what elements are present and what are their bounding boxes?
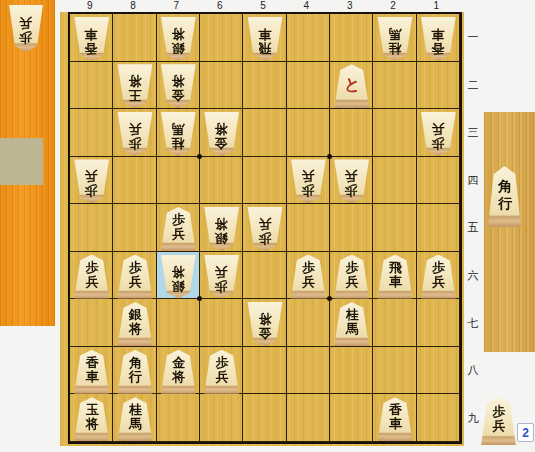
board-square-23[interactable] xyxy=(373,109,416,157)
board-square-25[interactable] xyxy=(373,204,416,252)
rank-label-9: 九 xyxy=(464,394,482,442)
board-square-67[interactable] xyxy=(200,299,243,347)
rank-label-8: 八 xyxy=(464,347,482,395)
board-square-28[interactable] xyxy=(373,347,416,395)
file-label-8: 8 xyxy=(111,0,154,12)
file-label-6: 6 xyxy=(198,0,241,12)
file-label-1: 1 xyxy=(415,0,458,12)
board-square-45[interactable] xyxy=(287,204,330,252)
board-square-93[interactable] xyxy=(70,109,113,157)
board-square-53[interactable] xyxy=(243,109,286,157)
board-square-47[interactable] xyxy=(287,299,330,347)
board-square-52[interactable] xyxy=(243,62,286,110)
hand-slot-highlight xyxy=(0,138,43,185)
board-square-62[interactable] xyxy=(200,62,243,110)
board-square-77[interactable] xyxy=(157,299,200,347)
rank-label-3: 三 xyxy=(464,109,482,157)
board-square-64[interactable] xyxy=(200,157,243,205)
board-square-74[interactable] xyxy=(157,157,200,205)
board-square-84[interactable] xyxy=(113,157,156,205)
star-point xyxy=(327,154,332,159)
file-label-4: 4 xyxy=(285,0,328,12)
file-label-7: 7 xyxy=(155,0,198,12)
file-label-3: 3 xyxy=(328,0,371,12)
rank-label-7: 七 xyxy=(464,299,482,347)
file-label-2: 2 xyxy=(371,0,414,12)
board-square-12[interactable] xyxy=(417,62,460,110)
board-square-58[interactable] xyxy=(243,347,286,395)
board-square-27[interactable] xyxy=(373,299,416,347)
board-square-19[interactable] xyxy=(417,394,460,442)
board-square-54[interactable] xyxy=(243,157,286,205)
rank-label-1: 一 xyxy=(464,14,482,62)
board-square-79[interactable] xyxy=(157,394,200,442)
rank-label-2: 二 xyxy=(464,62,482,110)
board-square-48[interactable] xyxy=(287,347,330,395)
board-square-92[interactable] xyxy=(70,62,113,110)
board-square-24[interactable] xyxy=(373,157,416,205)
board-square-42[interactable] xyxy=(287,62,330,110)
rank-label-6: 六 xyxy=(464,252,482,300)
board-square-31[interactable] xyxy=(330,14,373,62)
sente-pawn-piece[interactable]: 歩兵 xyxy=(480,397,517,445)
board-square-49[interactable] xyxy=(287,394,330,442)
board-square-81[interactable] xyxy=(113,14,156,62)
star-point xyxy=(197,154,202,159)
board-square-61[interactable] xyxy=(200,14,243,62)
board-square-14[interactable] xyxy=(417,157,460,205)
board-square-41[interactable] xyxy=(287,14,330,62)
board-square-15[interactable] xyxy=(417,204,460,252)
board-square-59[interactable] xyxy=(243,394,286,442)
shogi-app-window: 987654321一二三四五六七八九 香車銀将飛車桂馬香車王将金将と歩兵桂馬金将… xyxy=(0,0,535,452)
rank-label-5: 五 xyxy=(464,204,482,252)
rank-label-4: 四 xyxy=(464,157,482,205)
board-square-33[interactable] xyxy=(330,109,373,157)
board-square-95[interactable] xyxy=(70,204,113,252)
sente-pawn-count-badge: 2 xyxy=(517,423,534,442)
board-square-97[interactable] xyxy=(70,299,113,347)
board-square-35[interactable] xyxy=(330,204,373,252)
board-square-85[interactable] xyxy=(113,204,156,252)
file-label-9: 9 xyxy=(68,0,111,12)
sente-piece-stand xyxy=(484,112,535,352)
board-square-38[interactable] xyxy=(330,347,373,395)
board-square-69[interactable] xyxy=(200,394,243,442)
board-square-56[interactable] xyxy=(243,252,286,300)
board-square-39[interactable] xyxy=(330,394,373,442)
board-square-18[interactable] xyxy=(417,347,460,395)
board-square-17[interactable] xyxy=(417,299,460,347)
file-label-5: 5 xyxy=(241,0,284,12)
board-square-22[interactable] xyxy=(373,62,416,110)
board-square-43[interactable] xyxy=(287,109,330,157)
